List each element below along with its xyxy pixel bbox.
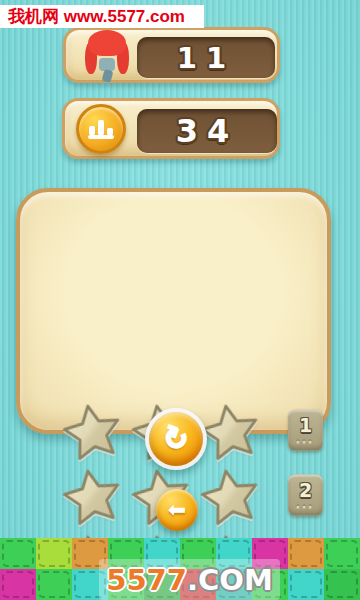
- fabric-patch: [0, 569, 36, 600]
- back-button[interactable]: ⬅: [156, 489, 198, 531]
- replay-icon: ↻: [159, 421, 193, 458]
- back-arrow-icon: ⬅: [168, 499, 186, 521]
- star-empty-icon: [59, 397, 126, 462]
- watermark: 5577.COM: [99, 559, 280, 600]
- replay-button[interactable]: ↻: [145, 408, 207, 470]
- lives-value: 11: [177, 41, 235, 75]
- fabric-patch: [288, 538, 324, 569]
- fabric-patch: [288, 569, 324, 600]
- lives-counter-slot: 11: [137, 37, 275, 78]
- level-2-tab[interactable]: 2 •••: [288, 475, 323, 516]
- coins-panel: 34: [62, 98, 280, 159]
- fabric-patch: [324, 538, 360, 569]
- level-1-tab[interactable]: 1 •••: [288, 410, 323, 451]
- coins-counter-slot: 34: [137, 109, 277, 153]
- girl-avatar-icon: [84, 30, 130, 86]
- replay-button-face: ↻: [149, 412, 203, 466]
- coins-value: 34: [176, 112, 239, 150]
- fabric-patch: [324, 569, 360, 600]
- level-2-dots: •••: [296, 503, 314, 511]
- ad-banner-text: 我机网 www.5577.com: [8, 7, 185, 26]
- ad-banner[interactable]: 我机网 www.5577.com: [0, 5, 204, 28]
- level-2-number: 2: [299, 480, 312, 500]
- fabric-patch: [0, 538, 36, 569]
- watermark-suffix: .COM: [187, 563, 273, 597]
- star-empty-icon: [197, 397, 264, 462]
- star-empty-icon: [197, 462, 264, 527]
- coin-podium-icon: [76, 104, 126, 154]
- star-empty-icon: [59, 462, 126, 527]
- fabric-patch: [36, 569, 72, 600]
- fabric-patch: [36, 538, 72, 569]
- level-1-dots: •••: [296, 438, 314, 446]
- game-screen: 我机网 www.5577.com 11 34 1 •••: [0, 0, 360, 600]
- level-board: 1 ••• 2 ••• 3 •••: [16, 188, 331, 434]
- level-1-number: 1: [299, 415, 312, 435]
- watermark-brand: 5577: [106, 563, 187, 597]
